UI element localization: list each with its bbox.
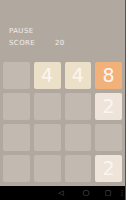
- score-label: SCORE: [9, 39, 35, 47]
- empty-cell: [3, 93, 30, 120]
- empty-cell: [65, 155, 92, 182]
- back-icon[interactable]: ◁: [58, 186, 63, 200]
- menu-overflow-icon[interactable]: ⋮: [119, 186, 126, 200]
- tile-2: 2: [95, 93, 122, 120]
- empty-cell: [65, 93, 92, 120]
- tile-2: 2: [95, 155, 122, 182]
- empty-cell: [34, 155, 61, 182]
- tile-8: 8: [95, 62, 122, 89]
- score-value: 20: [55, 39, 65, 47]
- home-icon[interactable]: ○: [83, 186, 90, 200]
- empty-cell: [3, 62, 30, 89]
- android-navbar: ◁ ○ ▢ ⋮: [0, 186, 125, 200]
- empty-cell: [95, 124, 122, 151]
- empty-cell: [34, 93, 61, 120]
- pause-button[interactable]: PAUSE: [9, 27, 34, 35]
- board[interactable]: 44822: [0, 59, 125, 185]
- game-screen: PAUSE SCORE 20 44822 ◁ ○ ▢ ⋮: [0, 0, 125, 200]
- empty-cell: [34, 124, 61, 151]
- recents-icon[interactable]: ▢: [105, 186, 112, 200]
- tile-4: 4: [65, 62, 92, 89]
- empty-cell: [65, 124, 92, 151]
- empty-cell: [3, 124, 30, 151]
- empty-cell: [3, 155, 30, 182]
- tile-4: 4: [34, 62, 61, 89]
